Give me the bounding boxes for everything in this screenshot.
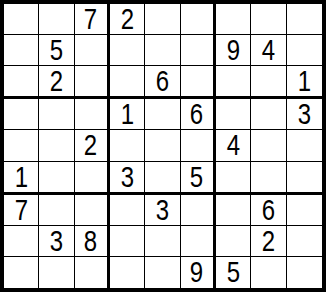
cell-digit: 9: [226, 35, 239, 65]
sudoku-cell-r6c2[interactable]: [39, 162, 74, 195]
sudoku-cell-r7c5[interactable]: 3: [145, 195, 180, 226]
sudoku-board: 725942611632413573638295: [0, 0, 326, 292]
sudoku-cell-r4c2[interactable]: [39, 99, 74, 130]
sudoku-cell-r1c6[interactable]: [181, 4, 216, 35]
sudoku-cell-r9c6[interactable]: 9: [181, 257, 216, 288]
sudoku-cell-r2c6[interactable]: [181, 35, 216, 66]
sudoku-cell-r6c1[interactable]: 1: [4, 162, 39, 195]
sudoku-cell-r2c3[interactable]: [75, 35, 110, 66]
sudoku-cell-r7c1[interactable]: 7: [4, 195, 39, 226]
sudoku-cell-r7c8[interactable]: 6: [251, 195, 286, 226]
cell-digit: 6: [262, 195, 275, 225]
cell-digit: 4: [262, 35, 275, 65]
sudoku-cell-r4c6[interactable]: 6: [181, 99, 216, 130]
cell-digit: 1: [298, 66, 311, 96]
sudoku-cell-r1c4[interactable]: 2: [110, 4, 145, 35]
sudoku-cell-r8c5[interactable]: [145, 226, 180, 257]
sudoku-cell-r8c6[interactable]: [181, 226, 216, 257]
sudoku-cell-r4c7[interactable]: [216, 99, 251, 130]
sudoku-cell-r9c5[interactable]: [145, 257, 180, 288]
sudoku-cell-r8c8[interactable]: 2: [251, 226, 286, 257]
sudoku-cell-r5c6[interactable]: [181, 130, 216, 161]
sudoku-cell-r6c9[interactable]: [287, 162, 322, 195]
sudoku-cell-r4c5[interactable]: [145, 99, 180, 130]
sudoku-cell-r6c4[interactable]: 3: [110, 162, 145, 195]
sudoku-cell-r6c3[interactable]: [75, 162, 110, 195]
sudoku-cell-r4c3[interactable]: [75, 99, 110, 130]
sudoku-cell-r9c1[interactable]: [4, 257, 39, 288]
cell-digit: 3: [120, 162, 133, 192]
cell-digit: 7: [14, 195, 27, 225]
sudoku-cell-r2c9[interactable]: [287, 35, 322, 66]
sudoku-cell-r3c2[interactable]: 2: [39, 66, 74, 99]
sudoku-cell-r4c4[interactable]: 1: [110, 99, 145, 130]
sudoku-cell-r8c7[interactable]: [216, 226, 251, 257]
sudoku-cell-r5c7[interactable]: 4: [216, 130, 251, 161]
sudoku-cell-r9c8[interactable]: [251, 257, 286, 288]
sudoku-cell-r7c3[interactable]: [75, 195, 110, 226]
sudoku-cell-r3c7[interactable]: [216, 66, 251, 99]
cell-digit: 6: [190, 99, 203, 129]
cell-digit: 8: [84, 226, 97, 256]
cell-digit: 5: [50, 35, 63, 65]
sudoku-cell-r7c2[interactable]: [39, 195, 74, 226]
cell-digit: 1: [14, 162, 27, 192]
sudoku-cell-r9c7[interactable]: 5: [216, 257, 251, 288]
cell-digit: 9: [190, 257, 203, 287]
sudoku-cell-r7c6[interactable]: [181, 195, 216, 226]
sudoku-cell-r8c1[interactable]: [4, 226, 39, 257]
sudoku-cell-r8c4[interactable]: [110, 226, 145, 257]
sudoku-cell-r3c8[interactable]: [251, 66, 286, 99]
sudoku-cell-r9c3[interactable]: [75, 257, 110, 288]
sudoku-cell-r1c8[interactable]: [251, 4, 286, 35]
sudoku-cell-r1c9[interactable]: [287, 4, 322, 35]
sudoku-cell-r9c9[interactable]: [287, 257, 322, 288]
sudoku-cell-r3c9[interactable]: 1: [287, 66, 322, 99]
sudoku-cell-r2c2[interactable]: 5: [39, 35, 74, 66]
sudoku-cell-r5c3[interactable]: 2: [75, 130, 110, 161]
cell-digit: 6: [156, 66, 169, 96]
sudoku-cell-r4c8[interactable]: [251, 99, 286, 130]
sudoku-cell-r6c8[interactable]: [251, 162, 286, 195]
sudoku-cell-r5c1[interactable]: [4, 130, 39, 161]
sudoku-cell-r8c9[interactable]: [287, 226, 322, 257]
cell-digit: 2: [50, 66, 63, 96]
sudoku-cell-r7c7[interactable]: [216, 195, 251, 226]
sudoku-cell-r1c5[interactable]: [145, 4, 180, 35]
sudoku-cell-r3c6[interactable]: [181, 66, 216, 99]
sudoku-cell-r3c3[interactable]: [75, 66, 110, 99]
cell-digit: 1: [120, 99, 133, 129]
sudoku-cell-r7c9[interactable]: [287, 195, 322, 226]
sudoku-cell-r8c2[interactable]: 3: [39, 226, 74, 257]
sudoku-cell-r5c5[interactable]: [145, 130, 180, 161]
sudoku-cell-r7c4[interactable]: [110, 195, 145, 226]
sudoku-cell-r9c4[interactable]: [110, 257, 145, 288]
cell-digit: 2: [120, 4, 133, 34]
sudoku-cell-r5c8[interactable]: [251, 130, 286, 161]
sudoku-cell-r1c2[interactable]: [39, 4, 74, 35]
cell-digit: 3: [156, 195, 169, 225]
sudoku-cell-r5c9[interactable]: [287, 130, 322, 161]
sudoku-cell-r2c5[interactable]: [145, 35, 180, 66]
sudoku-cell-r6c5[interactable]: [145, 162, 180, 195]
sudoku-cell-r9c2[interactable]: [39, 257, 74, 288]
cell-digit: 7: [84, 4, 97, 34]
sudoku-cell-r1c7[interactable]: [216, 4, 251, 35]
cell-digit: 5: [226, 257, 239, 287]
sudoku-cell-r5c2[interactable]: [39, 130, 74, 161]
sudoku-cell-r3c5[interactable]: 6: [145, 66, 180, 99]
sudoku-cell-r2c8[interactable]: 4: [251, 35, 286, 66]
sudoku-cell-r4c1[interactable]: [4, 99, 39, 130]
sudoku-cell-r5c4[interactable]: [110, 130, 145, 161]
sudoku-cell-r2c1[interactable]: [4, 35, 39, 66]
cell-digit: 3: [298, 99, 311, 129]
sudoku-cell-r3c1[interactable]: [4, 66, 39, 99]
sudoku-cell-r2c7[interactable]: 9: [216, 35, 251, 66]
cell-digit: 2: [84, 130, 97, 160]
cell-digit: 3: [50, 226, 63, 256]
sudoku-page: 725942611632413573638295: [0, 0, 326, 292]
sudoku-cell-r8c3[interactable]: 8: [75, 226, 110, 257]
cell-digit: 4: [226, 130, 239, 160]
sudoku-cell-r6c7[interactable]: [216, 162, 251, 195]
sudoku-cell-r6c6[interactable]: 5: [181, 162, 216, 195]
sudoku-cell-r2c4[interactable]: [110, 35, 145, 66]
cell-digit: 5: [190, 162, 203, 192]
cell-digit: 2: [262, 226, 275, 256]
sudoku-cell-r1c3[interactable]: 7: [75, 4, 110, 35]
sudoku-cell-r1c1[interactable]: [4, 4, 39, 35]
sudoku-cell-r4c9[interactable]: 3: [287, 99, 322, 130]
sudoku-cell-r3c4[interactable]: [110, 66, 145, 99]
